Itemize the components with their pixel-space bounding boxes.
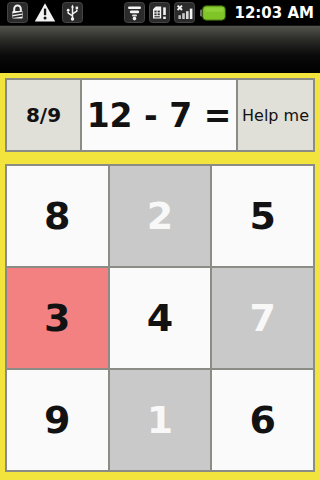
sd-card-lock-icon bbox=[7, 2, 28, 23]
usb-icon bbox=[62, 2, 83, 23]
answer-cell-r3c3[interactable]: 6 bbox=[212, 370, 313, 470]
status-bar: 12:03 AM bbox=[0, 0, 320, 25]
wifi-icon bbox=[124, 2, 145, 23]
progress-counter: 8/9 bbox=[7, 80, 80, 150]
battery-icon bbox=[199, 4, 227, 22]
math-quiz-app: 8/9 12 - 7 = Help me 8 2 5 3 4 7 9 1 6 bbox=[0, 73, 320, 480]
help-me-button[interactable]: Help me bbox=[238, 80, 313, 150]
question-text: 12 - 7 = bbox=[82, 80, 236, 150]
sim-alert-icon bbox=[149, 2, 170, 23]
answer-cell-r1c2[interactable]: 2 bbox=[110, 166, 211, 266]
no-signal-icon bbox=[174, 2, 195, 23]
question-panel: 8/9 12 - 7 = Help me bbox=[5, 78, 315, 152]
answer-cell-r1c1[interactable]: 8 bbox=[7, 166, 108, 266]
system-icons: 12:03 AM bbox=[124, 2, 316, 23]
answer-grid: 8 2 5 3 4 7 9 1 6 bbox=[5, 164, 315, 472]
answer-cell-r1c3[interactable]: 5 bbox=[212, 166, 313, 266]
window-background bbox=[0, 25, 320, 73]
answer-cell-r2c2[interactable]: 4 bbox=[110, 268, 211, 368]
clock: 12:03 AM bbox=[234, 4, 314, 22]
notification-icons bbox=[7, 2, 83, 23]
answer-cell-r2c3[interactable]: 7 bbox=[212, 268, 313, 368]
answer-cell-r2c1[interactable]: 3 bbox=[7, 268, 108, 368]
warning-icon bbox=[34, 2, 56, 23]
answer-cell-r3c2[interactable]: 1 bbox=[110, 370, 211, 470]
answer-cell-r3c1[interactable]: 9 bbox=[7, 370, 108, 470]
